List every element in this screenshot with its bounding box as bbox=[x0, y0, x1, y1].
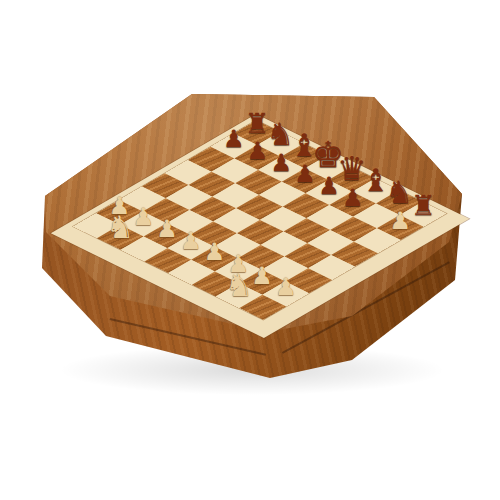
knight-glyph: ♞ bbox=[94, 211, 146, 242]
knight-glyph: ♞ bbox=[213, 270, 265, 301]
product-photo: ♜♞♝♚♛♝♞♜♟♟♟♟♟♟♟♟♟♟♟♟♟♟♟♞♞ bbox=[0, 0, 500, 500]
pawn-glyph: ♟ bbox=[260, 275, 312, 299]
pawn-glyph: ♟ bbox=[374, 209, 426, 233]
